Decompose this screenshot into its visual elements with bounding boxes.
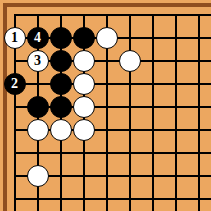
black-stone[interactable] [50, 27, 72, 49]
labeled-stone-4[interactable]: 4 [27, 27, 49, 49]
white-stone[interactable] [96, 27, 118, 49]
black-stone[interactable] [50, 73, 72, 95]
stones-layer: 1432 [0, 0, 211, 211]
white-stone[interactable] [27, 165, 49, 187]
white-stone[interactable] [73, 119, 95, 141]
white-stone[interactable] [73, 50, 95, 72]
white-stone[interactable] [73, 73, 95, 95]
white-stone[interactable] [27, 119, 49, 141]
labeled-stone-1[interactable]: 1 [4, 27, 26, 49]
go-board-diagram[interactable]: 1432 [0, 0, 211, 211]
white-stone[interactable] [119, 50, 141, 72]
black-stone[interactable] [73, 27, 95, 49]
black-stone[interactable] [50, 50, 72, 72]
black-stone[interactable] [50, 96, 72, 118]
labeled-stone-3[interactable]: 3 [27, 50, 49, 72]
move-number-label: 1 [11, 31, 18, 45]
labeled-stone-2[interactable]: 2 [4, 73, 26, 95]
white-stone[interactable] [50, 119, 72, 141]
move-number-label: 3 [34, 54, 41, 68]
move-number-label: 4 [34, 31, 41, 45]
black-stone[interactable] [27, 96, 49, 118]
move-number-label: 2 [11, 77, 18, 91]
white-stone[interactable] [73, 96, 95, 118]
